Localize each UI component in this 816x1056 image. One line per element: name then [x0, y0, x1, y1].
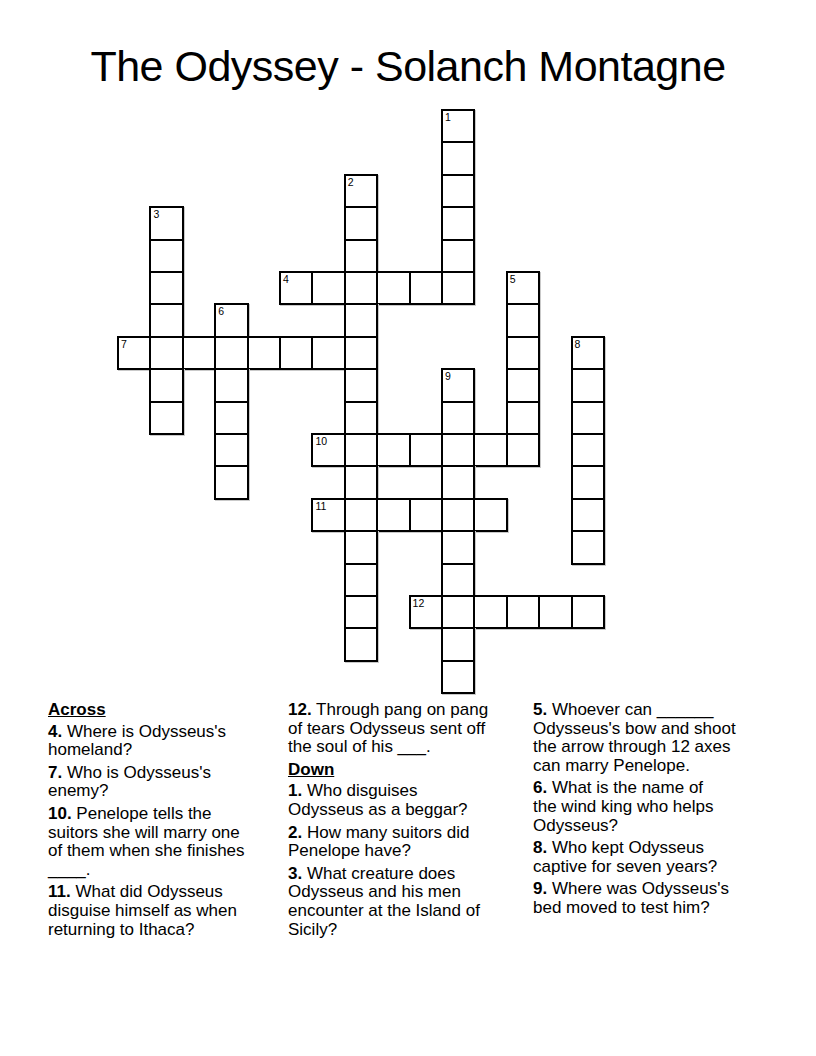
- grid-cell-r12-c14[interactable]: [571, 498, 605, 532]
- cell-clue-number-12: 12: [413, 597, 425, 609]
- clue-number-label: 8.: [533, 838, 547, 857]
- grid-cell-r12-c6[interactable]: 11: [311, 498, 345, 532]
- clue-number-label: 1.: [288, 781, 302, 800]
- grid-cell-r9-c7[interactable]: [344, 401, 378, 435]
- grid-cell-r12-c10[interactable]: [441, 498, 475, 532]
- grid-cell-r5-c10[interactable]: [441, 271, 475, 305]
- grid-cell-r6-c3[interactable]: 6: [214, 303, 248, 337]
- cell-clue-number-9: 9: [445, 370, 451, 382]
- grid-cell-r2-c10[interactable]: [441, 174, 475, 208]
- clue-number-label: 11.: [48, 882, 71, 901]
- grid-cell-r9-c14[interactable]: [571, 401, 605, 435]
- grid-cell-r13-c10[interactable]: [441, 530, 475, 564]
- clue-column-1: Across4. Where is Odysseus'shomeland?7. …: [48, 701, 290, 943]
- grid-cell-r8-c3[interactable]: [214, 368, 248, 402]
- grid-cell-r13-c7[interactable]: [344, 530, 378, 564]
- grid-cell-r15-c12[interactable]: [506, 595, 540, 629]
- clue-column-3: 5. Whoever can ______Odysseus's bow and …: [533, 701, 775, 922]
- clue-7: 7. Who is Odysseus'senemy?: [48, 764, 290, 801]
- grid-cell-r16-c7[interactable]: [344, 627, 378, 661]
- grid-cell-r15-c13[interactable]: [538, 595, 572, 629]
- grid-cell-r12-c8[interactable]: [376, 498, 410, 532]
- down-header: Down: [288, 761, 530, 780]
- grid-cell-r8-c1[interactable]: [149, 368, 183, 402]
- grid-cell-r8-c12[interactable]: [506, 368, 540, 402]
- grid-cell-r4-c1[interactable]: [149, 239, 183, 273]
- cell-clue-number-6: 6: [218, 305, 224, 317]
- grid-cell-r5-c7[interactable]: [344, 271, 378, 305]
- grid-cell-r8-c14[interactable]: [571, 368, 605, 402]
- grid-cell-r8-c10[interactable]: 9: [441, 368, 475, 402]
- grid-cell-r10-c14[interactable]: [571, 433, 605, 467]
- cell-clue-number-3: 3: [153, 208, 159, 220]
- grid-cell-r7-c7[interactable]: [344, 336, 378, 370]
- grid-cell-r0-c10[interactable]: 1: [441, 109, 475, 143]
- grid-cell-r7-c3[interactable]: [214, 336, 248, 370]
- clue-12: 12. Through pang on pangof tears Odysseu…: [288, 701, 530, 757]
- clue-number-label: 2.: [288, 823, 302, 842]
- grid-cell-r7-c4[interactable]: [247, 336, 281, 370]
- grid-cell-r12-c11[interactable]: [473, 498, 507, 532]
- clue-number-label: 7.: [48, 763, 62, 782]
- grid-cell-r6-c7[interactable]: [344, 303, 378, 337]
- grid-cell-r1-c10[interactable]: [441, 141, 475, 175]
- grid-cell-r10-c7[interactable]: [344, 433, 378, 467]
- clue-1: 1. Who disguisesOdysseus as a beggar?: [288, 782, 530, 819]
- grid-cell-r5-c5[interactable]: 4: [279, 271, 313, 305]
- clue-9: 9. Where was Odysseus'sbed moved to test…: [533, 880, 775, 917]
- grid-cell-r5-c8[interactable]: [376, 271, 410, 305]
- grid-cell-r10-c3[interactable]: [214, 433, 248, 467]
- cell-clue-number-2: 2: [348, 176, 354, 188]
- grid-cell-r17-c10[interactable]: [441, 660, 475, 694]
- clue-number-label: 6.: [533, 778, 547, 797]
- clue-number-label: 12.: [288, 700, 312, 719]
- grid-cell-r15-c7[interactable]: [344, 595, 378, 629]
- grid-cell-r11-c3[interactable]: [214, 465, 248, 499]
- grid-cell-r15-c10[interactable]: [441, 595, 475, 629]
- grid-cell-r10-c8[interactable]: [376, 433, 410, 467]
- grid-cell-r7-c2[interactable]: [182, 336, 216, 370]
- clue-4: 4. Where is Odysseus'shomeland?: [48, 723, 290, 760]
- grid-cell-r6-c1[interactable]: [149, 303, 183, 337]
- grid-cell-r12-c7[interactable]: [344, 498, 378, 532]
- crossword-grid: 123456789101112: [117, 109, 606, 695]
- clue-2: 2. How many suitors didPenelope have?: [288, 824, 530, 861]
- grid-cell-r4-c7[interactable]: [344, 239, 378, 273]
- clue-6: 6. What is the name ofthe wind king who …: [533, 779, 775, 835]
- grid-cell-r11-c10[interactable]: [441, 465, 475, 499]
- grid-cell-r3-c1[interactable]: 3: [149, 206, 183, 240]
- grid-cell-r16-c10[interactable]: [441, 627, 475, 661]
- grid-cell-r9-c3[interactable]: [214, 401, 248, 435]
- grid-cell-r10-c10[interactable]: [441, 433, 475, 467]
- crossword-worksheet-page: The Odyssey - Solanch Montagne 123456789…: [0, 0, 816, 1056]
- grid-cell-r3-c10[interactable]: [441, 206, 475, 240]
- grid-cell-r11-c14[interactable]: [571, 465, 605, 499]
- grid-cell-r9-c10[interactable]: [441, 401, 475, 435]
- grid-cell-r5-c12[interactable]: 5: [506, 271, 540, 305]
- cell-clue-number-10: 10: [315, 435, 327, 447]
- grid-cell-r15-c11[interactable]: [473, 595, 507, 629]
- grid-cell-r7-c5[interactable]: [279, 336, 313, 370]
- grid-cell-r10-c11[interactable]: [473, 433, 507, 467]
- clue-number-label: 4.: [48, 722, 62, 741]
- clue-column-2: 12. Through pang on pangof tears Odysseu…: [288, 701, 530, 943]
- grid-cell-r9-c1[interactable]: [149, 401, 183, 435]
- grid-cell-r7-c1[interactable]: [149, 336, 183, 370]
- grid-cell-r5-c1[interactable]: [149, 271, 183, 305]
- grid-cell-r12-c9[interactable]: [409, 498, 443, 532]
- grid-cell-r7-c12[interactable]: [506, 336, 540, 370]
- across-header: Across: [48, 701, 290, 720]
- puzzle-title: The Odyssey - Solanch Montagne: [0, 42, 816, 90]
- grid-cell-r10-c12[interactable]: [506, 433, 540, 467]
- clue-5: 5. Whoever can ______Odysseus's bow and …: [533, 701, 775, 775]
- grid-cell-r4-c10[interactable]: [441, 239, 475, 273]
- grid-cell-r7-c6[interactable]: [311, 336, 345, 370]
- grid-cell-r9-c12[interactable]: [506, 401, 540, 435]
- cell-clue-number-4: 4: [283, 273, 289, 285]
- grid-cell-r13-c14[interactable]: [571, 530, 605, 564]
- grid-cell-r8-c7[interactable]: [344, 368, 378, 402]
- grid-cell-r14-c7[interactable]: [344, 563, 378, 597]
- grid-cell-r15-c14[interactable]: [571, 595, 605, 629]
- clue-number-label: 5.: [533, 700, 547, 719]
- clue-8: 8. Who kept Odysseuscaptive for seven ye…: [533, 839, 775, 876]
- clue-10: 10. Penelope tells thesuitors she will m…: [48, 805, 290, 879]
- clue-number-label: 3.: [288, 864, 302, 883]
- cell-clue-number-11: 11: [315, 500, 326, 512]
- clue-3: 3. What creature doesOdysseus and his me…: [288, 865, 530, 939]
- grid-cell-r5-c9[interactable]: [409, 271, 443, 305]
- grid-cell-r3-c7[interactable]: [344, 206, 378, 240]
- grid-cell-r2-c7[interactable]: 2: [344, 174, 378, 208]
- grid-cell-r11-c7[interactable]: [344, 465, 378, 499]
- clue-11: 11. What did Odysseusdisguise himself as…: [48, 883, 290, 939]
- grid-cell-r14-c10[interactable]: [441, 563, 475, 597]
- grid-cell-r10-c6[interactable]: 10: [311, 433, 345, 467]
- cell-clue-number-1: 1: [445, 111, 451, 123]
- clues-section: Across4. Where is Odysseus'shomeland?7. …: [0, 701, 816, 961]
- grid-cell-r6-c12[interactable]: [506, 303, 540, 337]
- grid-cell-r15-c9[interactable]: 12: [409, 595, 443, 629]
- grid-cell-r10-c9[interactable]: [409, 433, 443, 467]
- cell-clue-number-8: 8: [575, 338, 581, 350]
- grid-cell-r7-c0[interactable]: 7: [117, 336, 151, 370]
- grid-cell-r7-c14[interactable]: 8: [571, 336, 605, 370]
- cell-clue-number-7: 7: [121, 338, 127, 350]
- clue-number-label: 9.: [533, 879, 547, 898]
- cell-clue-number-5: 5: [510, 273, 516, 285]
- clue-number-label: 10.: [48, 804, 72, 823]
- grid-cell-r5-c6[interactable]: [311, 271, 345, 305]
